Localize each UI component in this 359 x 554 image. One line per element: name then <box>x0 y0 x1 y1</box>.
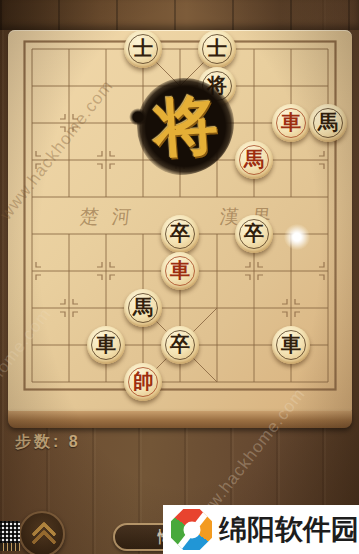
top-wood-bar <box>0 0 359 30</box>
game-screen: 楚河 漢界 士士将車馬馬卒卒車馬車卒車帥 将 步数: 8 悔棋 www.hack… <box>0 0 359 554</box>
site-logo: 绵阳软件园 <box>163 505 359 554</box>
piece-black-advisor[interactable]: 士 <box>198 30 236 68</box>
xiangqi-board[interactable]: 楚河 漢界 士士将車馬馬卒卒車馬車卒車帥 将 <box>8 30 352 412</box>
board-front-edge <box>8 411 352 428</box>
river-label-left: 楚河 <box>79 204 146 230</box>
piece-black-chariot[interactable]: 車 <box>87 326 125 364</box>
pinwheel-logo-icon <box>171 509 212 550</box>
piece-red-chariot[interactable]: 車 <box>272 104 310 142</box>
qr-code <box>0 521 20 543</box>
piece-black-soldier[interactable]: 卒 <box>161 215 199 253</box>
piece-black-chariot[interactable]: 車 <box>272 326 310 364</box>
piece-black-advisor[interactable]: 士 <box>124 30 162 68</box>
piece-red-general[interactable]: 帥 <box>124 363 162 401</box>
step-counter: 步数: 8 <box>15 432 81 453</box>
piece-black-soldier[interactable]: 卒 <box>161 326 199 364</box>
piece-red-horse[interactable]: 馬 <box>235 141 273 179</box>
expand-menu-button[interactable] <box>19 511 65 554</box>
piece-red-chariot[interactable]: 車 <box>161 252 199 290</box>
site-logo-text: 绵阳软件园 <box>219 511 359 549</box>
piece-black-horse[interactable]: 馬 <box>309 104 347 142</box>
piece-black-soldier[interactable]: 卒 <box>235 215 273 253</box>
piece-black-general[interactable]: 将 <box>198 67 236 105</box>
piece-black-horse[interactable]: 馬 <box>124 289 162 327</box>
